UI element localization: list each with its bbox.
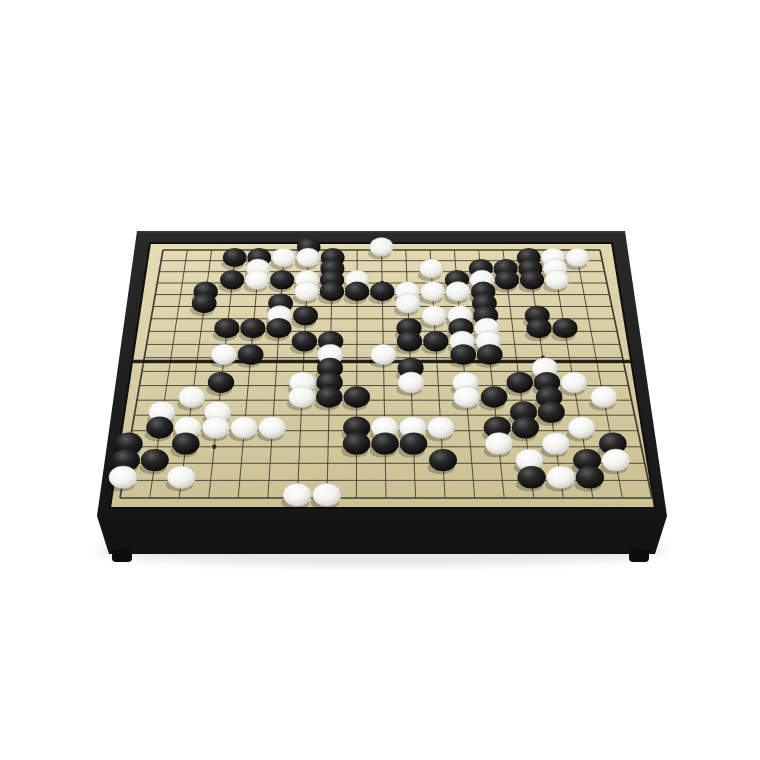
black-stone [481, 386, 508, 407]
white-stone [396, 293, 421, 313]
black-stone [270, 270, 294, 289]
white-stone [427, 417, 454, 439]
white-stone [545, 270, 569, 289]
black-stone [450, 344, 476, 365]
box-side [97, 516, 667, 554]
black-stone [192, 293, 217, 313]
white-stone [568, 417, 595, 439]
white-stone [211, 344, 237, 365]
white-stone [446, 282, 470, 302]
black-stone [266, 318, 291, 338]
black-stone [238, 344, 264, 365]
white-stone [294, 282, 318, 302]
white-stone [259, 417, 286, 439]
white-stone [421, 282, 445, 302]
white-stone [419, 259, 443, 278]
black-stone [552, 318, 577, 338]
black-stone [512, 417, 539, 439]
white-stone [167, 466, 195, 489]
black-stone [429, 449, 457, 471]
black-stone [423, 331, 448, 351]
white-stone [453, 386, 480, 407]
black-stone [320, 282, 344, 302]
board-foot-right [629, 549, 649, 562]
black-stone [208, 372, 234, 393]
black-stone [172, 433, 200, 455]
white-stone [422, 306, 447, 326]
black-stone [517, 466, 545, 489]
white-stone [272, 248, 296, 267]
white-stone [547, 466, 575, 489]
black-stone [293, 306, 318, 326]
black-stone [343, 433, 371, 455]
white-stone [289, 386, 316, 407]
black-stone [141, 449, 169, 471]
white-stone [566, 248, 590, 267]
black-stone [223, 248, 247, 267]
white-stone [591, 386, 618, 407]
go-board-photo [0, 0, 760, 760]
white-stone [313, 483, 342, 506]
white-stone [109, 466, 137, 489]
black-stone [214, 318, 239, 338]
product-photo-canvas [0, 0, 760, 760]
white-stone [398, 372, 424, 393]
black-stone [477, 344, 503, 365]
white-stone [561, 372, 587, 393]
white-stone [602, 449, 630, 471]
black-stone [495, 270, 519, 289]
white-stone [245, 270, 269, 289]
black-stone [526, 318, 551, 338]
black-stone [344, 386, 371, 407]
white-stone [485, 433, 513, 455]
black-stone [576, 466, 604, 489]
white-stone [370, 237, 394, 256]
white-stone [296, 248, 320, 267]
black-stone [240, 318, 265, 338]
white-stone [202, 417, 229, 439]
board-foot-left [112, 549, 132, 562]
black-stone [316, 386, 343, 407]
white-stone [371, 344, 397, 365]
white-stone [231, 417, 258, 439]
black-stone [371, 433, 399, 455]
white-stone [283, 483, 312, 506]
black-stone [370, 282, 394, 302]
black-stone [146, 417, 173, 439]
black-stone [520, 270, 544, 289]
white-stone [179, 386, 206, 407]
white-stone [542, 433, 570, 455]
black-stone [507, 372, 533, 393]
black-stone [400, 433, 428, 455]
black-stone [397, 331, 422, 351]
black-stone [292, 331, 317, 351]
black-stone [345, 282, 369, 302]
black-stone [538, 401, 565, 423]
black-stone [220, 270, 244, 289]
